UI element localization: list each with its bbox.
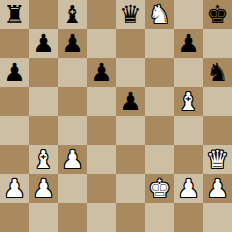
square-a6[interactable]: ♟ <box>0 58 29 87</box>
white-pawn-icon[interactable]: ♟ <box>177 174 199 203</box>
square-d6[interactable]: ♟ <box>87 58 116 87</box>
square-f6[interactable] <box>145 58 174 87</box>
square-d2[interactable] <box>87 174 116 203</box>
square-g3[interactable] <box>174 145 203 174</box>
square-a3[interactable] <box>0 145 29 174</box>
square-g4[interactable] <box>174 116 203 145</box>
square-d1[interactable] <box>87 203 116 232</box>
white-bishop-icon[interactable]: ♝ <box>177 87 199 116</box>
white-bishop-icon[interactable]: ♝ <box>32 145 54 174</box>
square-h1[interactable] <box>203 203 232 232</box>
square-c7[interactable]: ♟ <box>58 29 87 58</box>
square-b8[interactable] <box>29 0 58 29</box>
square-h4[interactable] <box>203 116 232 145</box>
square-b3[interactable]: ♝ <box>29 145 58 174</box>
square-a4[interactable] <box>0 116 29 145</box>
square-h8[interactable]: ♚ <box>203 0 232 29</box>
white-pawn-icon[interactable]: ♟ <box>206 174 228 203</box>
square-e5[interactable]: ♟ <box>116 87 145 116</box>
white-queen-icon[interactable]: ♛ <box>206 145 228 174</box>
chess-board: ♜♝♛♞♚♟♟♟♟♟♞♟♝♝♟♛♟♟♚♟♟ <box>0 0 232 232</box>
square-h3[interactable]: ♛ <box>203 145 232 174</box>
black-pawn-icon[interactable]: ♟ <box>119 87 141 116</box>
square-f4[interactable] <box>145 116 174 145</box>
square-c8[interactable]: ♝ <box>58 0 87 29</box>
square-b6[interactable] <box>29 58 58 87</box>
square-e4[interactable] <box>116 116 145 145</box>
square-c5[interactable] <box>58 87 87 116</box>
square-c6[interactable] <box>58 58 87 87</box>
square-g2[interactable]: ♟ <box>174 174 203 203</box>
square-d4[interactable] <box>87 116 116 145</box>
square-f8[interactable]: ♞ <box>145 0 174 29</box>
square-g6[interactable] <box>174 58 203 87</box>
black-king-icon[interactable]: ♚ <box>206 0 228 29</box>
square-b1[interactable] <box>29 203 58 232</box>
square-a1[interactable] <box>0 203 29 232</box>
square-a8[interactable]: ♜ <box>0 0 29 29</box>
square-f5[interactable] <box>145 87 174 116</box>
square-d5[interactable] <box>87 87 116 116</box>
square-c1[interactable] <box>58 203 87 232</box>
square-d7[interactable] <box>87 29 116 58</box>
square-a5[interactable] <box>0 87 29 116</box>
square-f7[interactable] <box>145 29 174 58</box>
white-pawn-icon[interactable]: ♟ <box>61 145 83 174</box>
square-a7[interactable] <box>0 29 29 58</box>
black-queen-icon[interactable]: ♛ <box>119 0 141 29</box>
square-c2[interactable] <box>58 174 87 203</box>
square-h6[interactable]: ♞ <box>203 58 232 87</box>
square-b2[interactable]: ♟ <box>29 174 58 203</box>
square-g1[interactable] <box>174 203 203 232</box>
square-h2[interactable]: ♟ <box>203 174 232 203</box>
black-pawn-icon[interactable]: ♟ <box>3 58 25 87</box>
square-b7[interactable]: ♟ <box>29 29 58 58</box>
square-g8[interactable] <box>174 0 203 29</box>
square-e8[interactable]: ♛ <box>116 0 145 29</box>
square-d3[interactable] <box>87 145 116 174</box>
white-pawn-icon[interactable]: ♟ <box>3 174 25 203</box>
square-b5[interactable] <box>29 87 58 116</box>
black-knight-icon[interactable]: ♞ <box>206 58 228 87</box>
square-c3[interactable]: ♟ <box>58 145 87 174</box>
square-f2[interactable]: ♚ <box>145 174 174 203</box>
black-bishop-icon[interactable]: ♝ <box>61 0 83 29</box>
square-f3[interactable] <box>145 145 174 174</box>
square-e2[interactable] <box>116 174 145 203</box>
white-knight-icon[interactable]: ♞ <box>148 0 170 29</box>
square-a2[interactable]: ♟ <box>0 174 29 203</box>
square-f1[interactable] <box>145 203 174 232</box>
square-h7[interactable] <box>203 29 232 58</box>
square-e7[interactable] <box>116 29 145 58</box>
square-e3[interactable] <box>116 145 145 174</box>
white-pawn-icon[interactable]: ♟ <box>32 174 54 203</box>
square-e1[interactable] <box>116 203 145 232</box>
square-c4[interactable] <box>58 116 87 145</box>
black-pawn-icon[interactable]: ♟ <box>177 29 199 58</box>
white-king-icon[interactable]: ♚ <box>148 174 170 203</box>
square-h5[interactable] <box>203 87 232 116</box>
square-d8[interactable] <box>87 0 116 29</box>
black-rook-icon[interactable]: ♜ <box>3 0 25 29</box>
black-pawn-icon[interactable]: ♟ <box>61 29 83 58</box>
black-pawn-icon[interactable]: ♟ <box>32 29 54 58</box>
black-pawn-icon[interactable]: ♟ <box>90 58 112 87</box>
square-e6[interactable] <box>116 58 145 87</box>
square-b4[interactable] <box>29 116 58 145</box>
square-g7[interactable]: ♟ <box>174 29 203 58</box>
square-g5[interactable]: ♝ <box>174 87 203 116</box>
